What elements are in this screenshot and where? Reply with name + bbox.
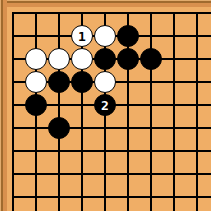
stone-black: [48, 117, 70, 139]
grid-line-horizontal: [12, 196, 211, 198]
go-board-diagram: 12: [0, 0, 211, 211]
stone-white: [48, 48, 70, 70]
stone-black: [48, 71, 70, 93]
go-board: 12: [0, 0, 211, 211]
stone-black: [117, 25, 139, 47]
stone-black: [94, 48, 116, 70]
stone-black-move-2: 2: [94, 94, 116, 116]
stone-white-move-1: 1: [71, 25, 93, 47]
grid-line-horizontal: [12, 173, 211, 175]
grid-line-horizontal: [12, 150, 211, 152]
stone-white: [94, 71, 116, 93]
stone-black: [71, 71, 93, 93]
move-number-label: 2: [101, 99, 109, 112]
move-number-label: 1: [78, 30, 86, 43]
grid-line-vertical: [196, 12, 198, 211]
stone-white: [25, 48, 47, 70]
grid-line-horizontal: [12, 12, 211, 14]
stone-black: [25, 94, 47, 116]
grid-line-horizontal: [12, 127, 211, 129]
stone-black: [117, 48, 139, 70]
stone-white: [94, 25, 116, 47]
grid-line-vertical: [150, 12, 152, 211]
grid-line-vertical: [173, 12, 175, 211]
stone-white: [71, 48, 93, 70]
grid-line-vertical: [58, 12, 60, 211]
stone-black: [140, 48, 162, 70]
grid-line-vertical: [12, 12, 14, 211]
stone-white: [25, 71, 47, 93]
